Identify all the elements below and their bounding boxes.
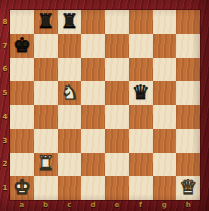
square-g4[interactable] bbox=[153, 105, 177, 129]
rank-label-1: 1 bbox=[0, 176, 10, 200]
square-b3[interactable] bbox=[34, 129, 58, 153]
file-labels: abcdefgh bbox=[10, 199, 200, 211]
file-label-f: f bbox=[129, 199, 153, 211]
piece-black-king[interactable]: ♚ bbox=[13, 35, 31, 55]
square-f7[interactable] bbox=[129, 34, 153, 58]
square-f8[interactable] bbox=[129, 10, 153, 34]
file-label-e: e bbox=[105, 199, 129, 211]
piece-black-queen[interactable]: ♛ bbox=[132, 82, 150, 102]
square-h5[interactable] bbox=[176, 81, 200, 105]
rank-label-4: 4 bbox=[0, 105, 10, 129]
piece-white-queen[interactable]: ♛ bbox=[179, 177, 197, 197]
chess-board: ♜♜♚♞♛♜♚♛ bbox=[10, 10, 200, 200]
rank-label-3: 3 bbox=[0, 129, 10, 153]
square-c6[interactable] bbox=[58, 58, 82, 82]
rank-label-6: 6 bbox=[0, 58, 10, 82]
square-f4[interactable] bbox=[129, 105, 153, 129]
square-h6[interactable] bbox=[176, 58, 200, 82]
square-d1[interactable] bbox=[81, 176, 105, 200]
square-h8[interactable] bbox=[176, 10, 200, 34]
square-b2[interactable]: ♜ bbox=[34, 153, 58, 177]
square-a5[interactable] bbox=[10, 81, 34, 105]
square-f5[interactable]: ♛ bbox=[129, 81, 153, 105]
rank-label-8: 8 bbox=[0, 10, 10, 34]
square-b6[interactable] bbox=[34, 58, 58, 82]
square-g3[interactable] bbox=[153, 129, 177, 153]
square-f3[interactable] bbox=[129, 129, 153, 153]
file-label-b: b bbox=[34, 199, 58, 211]
square-e7[interactable] bbox=[105, 34, 129, 58]
file-label-h: h bbox=[176, 199, 200, 211]
square-h1[interactable]: ♛ bbox=[176, 176, 200, 200]
file-label-a: a bbox=[10, 199, 34, 211]
square-a7[interactable]: ♚ bbox=[10, 34, 34, 58]
square-c1[interactable] bbox=[58, 176, 82, 200]
square-e2[interactable] bbox=[105, 153, 129, 177]
square-d3[interactable] bbox=[81, 129, 105, 153]
rank-label-7: 7 bbox=[0, 34, 10, 58]
piece-white-rook[interactable]: ♜ bbox=[37, 153, 55, 173]
square-a6[interactable] bbox=[10, 58, 34, 82]
square-g6[interactable] bbox=[153, 58, 177, 82]
file-label-d: d bbox=[81, 199, 105, 211]
square-g2[interactable] bbox=[153, 153, 177, 177]
square-a1[interactable]: ♚ bbox=[10, 176, 34, 200]
square-h7[interactable] bbox=[176, 34, 200, 58]
square-e8[interactable] bbox=[105, 10, 129, 34]
square-f2[interactable] bbox=[129, 153, 153, 177]
square-b5[interactable] bbox=[34, 81, 58, 105]
rank-label-2: 2 bbox=[0, 153, 10, 177]
square-h3[interactable] bbox=[176, 129, 200, 153]
square-d5[interactable] bbox=[81, 81, 105, 105]
square-c5[interactable]: ♞ bbox=[58, 81, 82, 105]
square-c7[interactable] bbox=[58, 34, 82, 58]
square-b4[interactable] bbox=[34, 105, 58, 129]
square-h4[interactable] bbox=[176, 105, 200, 129]
square-e3[interactable] bbox=[105, 129, 129, 153]
square-a8[interactable] bbox=[10, 10, 34, 34]
square-h2[interactable] bbox=[176, 153, 200, 177]
square-f1[interactable] bbox=[129, 176, 153, 200]
square-c4[interactable] bbox=[58, 105, 82, 129]
file-label-g: g bbox=[153, 199, 177, 211]
piece-white-king[interactable]: ♚ bbox=[13, 177, 31, 197]
piece-white-knight[interactable]: ♞ bbox=[60, 82, 78, 102]
square-d4[interactable] bbox=[81, 105, 105, 129]
square-g7[interactable] bbox=[153, 34, 177, 58]
square-a3[interactable] bbox=[10, 129, 34, 153]
square-a2[interactable] bbox=[10, 153, 34, 177]
piece-black-rook[interactable]: ♜ bbox=[60, 11, 78, 31]
square-g1[interactable] bbox=[153, 176, 177, 200]
square-b7[interactable] bbox=[34, 34, 58, 58]
chess-board-window: 87654321 ♜♜♚♞♛♜♚♛ abcdefgh bbox=[0, 0, 209, 211]
square-d8[interactable] bbox=[81, 10, 105, 34]
square-e1[interactable] bbox=[105, 176, 129, 200]
square-e5[interactable] bbox=[105, 81, 129, 105]
square-c2[interactable] bbox=[58, 153, 82, 177]
square-d6[interactable] bbox=[81, 58, 105, 82]
square-a4[interactable] bbox=[10, 105, 34, 129]
file-label-c: c bbox=[58, 199, 82, 211]
square-c3[interactable] bbox=[58, 129, 82, 153]
square-d2[interactable] bbox=[81, 153, 105, 177]
rank-label-5: 5 bbox=[0, 81, 10, 105]
square-e4[interactable] bbox=[105, 105, 129, 129]
rank-labels: 87654321 bbox=[0, 10, 10, 200]
square-b8[interactable]: ♜ bbox=[34, 10, 58, 34]
square-g8[interactable] bbox=[153, 10, 177, 34]
piece-black-rook[interactable]: ♜ bbox=[37, 11, 55, 31]
square-c8[interactable]: ♜ bbox=[58, 10, 82, 34]
square-b1[interactable] bbox=[34, 176, 58, 200]
square-d7[interactable] bbox=[81, 34, 105, 58]
square-e6[interactable] bbox=[105, 58, 129, 82]
square-g5[interactable] bbox=[153, 81, 177, 105]
square-f6[interactable] bbox=[129, 58, 153, 82]
